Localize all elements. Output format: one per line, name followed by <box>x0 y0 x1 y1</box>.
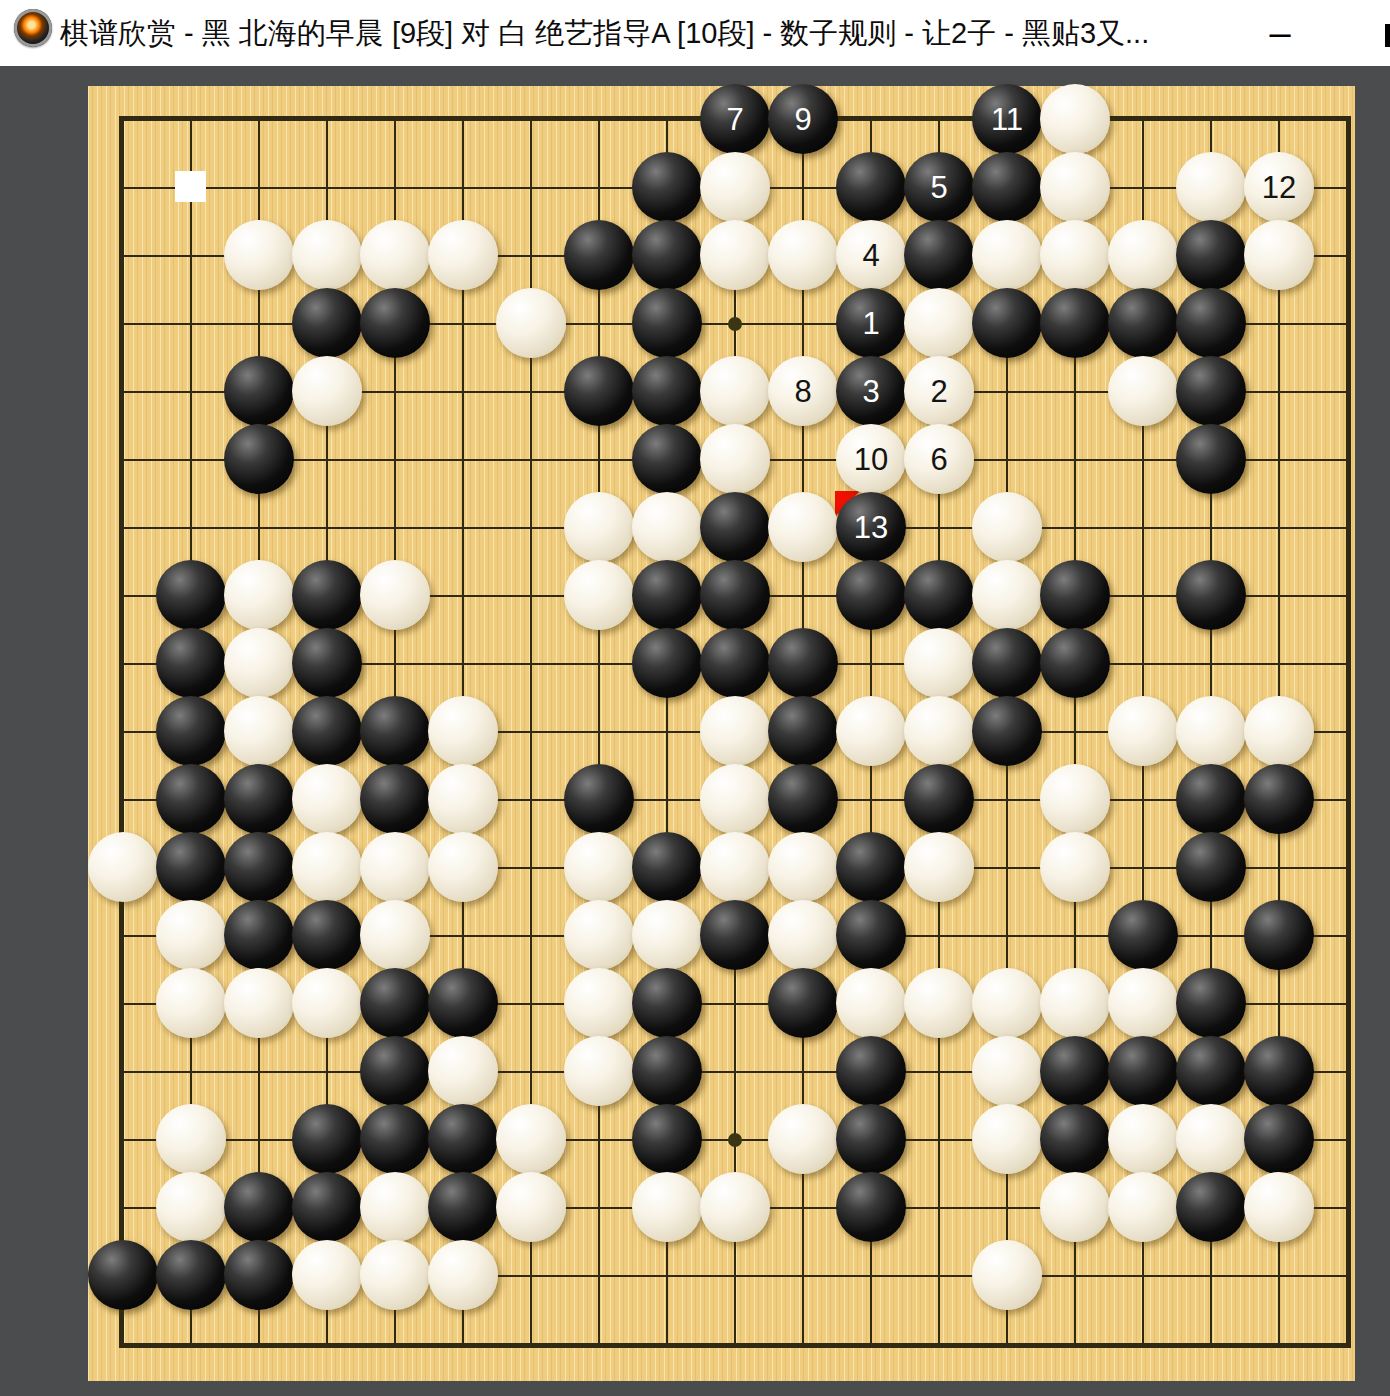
stone-white[interactable] <box>700 424 770 494</box>
board-cell[interactable] <box>429 1038 497 1106</box>
board-cell[interactable] <box>1245 1242 1313 1310</box>
board-cell[interactable] <box>361 1310 429 1378</box>
board-cell[interactable] <box>361 902 429 970</box>
stone-white[interactable] <box>292 356 362 426</box>
board-cell[interactable] <box>361 1174 429 1242</box>
stone-black[interactable] <box>292 1104 362 1174</box>
board-cell[interactable] <box>565 1242 633 1310</box>
stone-white[interactable] <box>564 560 634 630</box>
stone-black[interactable] <box>1176 356 1246 426</box>
stone-white[interactable] <box>1040 84 1110 154</box>
board-cell[interactable] <box>973 290 1041 358</box>
board-cell[interactable]: 13 <box>837 494 905 562</box>
board-cell[interactable] <box>1245 494 1313 562</box>
stone-black[interactable] <box>1176 424 1246 494</box>
stone-black[interactable]: 3 <box>836 356 906 426</box>
board-cell[interactable] <box>905 970 973 1038</box>
stone-white[interactable] <box>360 1172 430 1242</box>
stone-black[interactable] <box>224 1172 294 1242</box>
stone-white[interactable] <box>972 220 1042 290</box>
board-cell[interactable] <box>293 902 361 970</box>
board-cell[interactable] <box>973 1106 1041 1174</box>
board-cell[interactable] <box>293 86 361 154</box>
board-cell[interactable] <box>701 834 769 902</box>
board-cell[interactable] <box>701 494 769 562</box>
board-cell[interactable] <box>633 562 701 630</box>
board-cell[interactable] <box>1313 562 1381 630</box>
board-cell[interactable] <box>633 766 701 834</box>
board-cell[interactable] <box>701 358 769 426</box>
stone-white[interactable] <box>496 1104 566 1174</box>
board-cell[interactable] <box>89 290 157 358</box>
board-cell[interactable] <box>157 1038 225 1106</box>
board-cell[interactable] <box>837 698 905 766</box>
stone-black[interactable] <box>700 628 770 698</box>
stone-black[interactable] <box>1176 764 1246 834</box>
board-cell[interactable] <box>225 698 293 766</box>
stone-white[interactable]: 8 <box>768 356 838 426</box>
board-cell[interactable] <box>837 766 905 834</box>
stone-black[interactable] <box>1108 900 1178 970</box>
stone-white[interactable] <box>632 900 702 970</box>
stone-white[interactable] <box>360 900 430 970</box>
board-cell[interactable] <box>1313 902 1381 970</box>
board-cell[interactable] <box>497 358 565 426</box>
stone-black[interactable] <box>632 220 702 290</box>
stone-black[interactable] <box>1176 832 1246 902</box>
board-cell[interactable] <box>565 494 633 562</box>
stone-white[interactable] <box>700 696 770 766</box>
stone-black[interactable] <box>156 560 226 630</box>
board-cell[interactable] <box>157 698 225 766</box>
board-cell[interactable] <box>497 902 565 970</box>
board-cell[interactable] <box>429 970 497 1038</box>
board-cell[interactable] <box>973 630 1041 698</box>
stone-white[interactable] <box>360 220 430 290</box>
board-cell[interactable] <box>769 902 837 970</box>
board-cell[interactable] <box>1313 630 1381 698</box>
board-cell[interactable] <box>89 426 157 494</box>
board-cell[interactable] <box>769 1038 837 1106</box>
stone-black[interactable] <box>768 968 838 1038</box>
stone-black[interactable] <box>700 900 770 970</box>
board-cell[interactable] <box>361 222 429 290</box>
board-cell[interactable] <box>497 834 565 902</box>
board-cell[interactable] <box>1245 630 1313 698</box>
stone-black[interactable] <box>1176 1036 1246 1106</box>
board-cell[interactable] <box>497 154 565 222</box>
board-cell[interactable] <box>701 630 769 698</box>
board-cell[interactable] <box>1109 766 1177 834</box>
stone-black[interactable]: 13 <box>836 492 906 562</box>
board-cell[interactable] <box>1109 358 1177 426</box>
board-cell[interactable] <box>1109 1106 1177 1174</box>
stone-black[interactable] <box>632 628 702 698</box>
stone-white[interactable] <box>1244 1172 1314 1242</box>
stone-black[interactable] <box>224 1240 294 1310</box>
board-cell[interactable] <box>905 290 973 358</box>
stone-black[interactable] <box>88 1240 158 1310</box>
stone-black[interactable] <box>836 1104 906 1174</box>
board-cell[interactable] <box>293 630 361 698</box>
stone-black[interactable] <box>632 560 702 630</box>
board-cell[interactable] <box>1313 698 1381 766</box>
board-cell[interactable] <box>905 1038 973 1106</box>
board-cell[interactable] <box>769 1174 837 1242</box>
board-cell[interactable] <box>429 290 497 358</box>
board-cell[interactable] <box>973 494 1041 562</box>
stone-black[interactable]: 9 <box>768 84 838 154</box>
stone-black[interactable] <box>1176 1172 1246 1242</box>
board-cell[interactable] <box>1109 630 1177 698</box>
board-cell[interactable] <box>1313 1174 1381 1242</box>
board-cell[interactable] <box>89 358 157 426</box>
board-cell[interactable] <box>1245 426 1313 494</box>
stone-black[interactable] <box>904 764 974 834</box>
stone-white[interactable] <box>700 1172 770 1242</box>
board-cell[interactable] <box>429 1174 497 1242</box>
board-cell[interactable] <box>565 834 633 902</box>
board-cell[interactable] <box>157 1242 225 1310</box>
board-cell[interactable] <box>157 630 225 698</box>
stone-black[interactable] <box>224 424 294 494</box>
board-cell[interactable] <box>1313 494 1381 562</box>
board-cell[interactable] <box>905 494 973 562</box>
board-cell[interactable] <box>225 902 293 970</box>
stone-white[interactable] <box>1176 1104 1246 1174</box>
board-cell[interactable] <box>565 222 633 290</box>
board-cell[interactable] <box>1041 222 1109 290</box>
board-cell[interactable] <box>157 222 225 290</box>
stone-white[interactable] <box>428 764 498 834</box>
board-cell[interactable] <box>769 1242 837 1310</box>
stone-white[interactable]: 6 <box>904 424 974 494</box>
board-cell[interactable] <box>1177 1242 1245 1310</box>
stone-black[interactable]: 1 <box>836 288 906 358</box>
stone-black[interactable] <box>428 1104 498 1174</box>
board-cell[interactable] <box>157 1310 225 1378</box>
board-cell[interactable] <box>837 1310 905 1378</box>
board-cell[interactable] <box>633 1174 701 1242</box>
stone-black[interactable] <box>224 356 294 426</box>
board-cell[interactable] <box>157 1106 225 1174</box>
board-cell[interactable] <box>1177 86 1245 154</box>
stone-white[interactable] <box>836 696 906 766</box>
board-cell[interactable] <box>1109 86 1177 154</box>
stone-white[interactable] <box>700 832 770 902</box>
stone-white[interactable] <box>768 900 838 970</box>
board-cell[interactable] <box>973 1038 1041 1106</box>
board-cell[interactable] <box>1109 1174 1177 1242</box>
board-cell[interactable] <box>1313 86 1381 154</box>
board-cell[interactable] <box>89 1242 157 1310</box>
stone-black[interactable] <box>836 900 906 970</box>
board-cell[interactable] <box>1177 698 1245 766</box>
board-cell[interactable] <box>837 902 905 970</box>
stone-black[interactable] <box>700 560 770 630</box>
board-cell[interactable] <box>701 1038 769 1106</box>
stone-black[interactable] <box>632 1104 702 1174</box>
board-cell[interactable] <box>497 970 565 1038</box>
stone-white[interactable] <box>700 152 770 222</box>
board-cell[interactable] <box>905 562 973 630</box>
board-cell[interactable] <box>361 1038 429 1106</box>
board-cell[interactable] <box>1041 1242 1109 1310</box>
board-cell[interactable] <box>157 290 225 358</box>
board-cell[interactable] <box>1177 426 1245 494</box>
board-cell[interactable] <box>633 1038 701 1106</box>
stone-black[interactable] <box>836 152 906 222</box>
board-cell[interactable] <box>361 766 429 834</box>
stone-white[interactable] <box>904 968 974 1038</box>
board-cell[interactable] <box>837 154 905 222</box>
board-cell[interactable] <box>905 630 973 698</box>
stone-black[interactable] <box>1040 1036 1110 1106</box>
board-cell[interactable] <box>225 290 293 358</box>
stone-black[interactable] <box>700 492 770 562</box>
board-cell[interactable] <box>293 834 361 902</box>
stone-black[interactable]: 7 <box>700 84 770 154</box>
stone-white[interactable] <box>972 1104 1042 1174</box>
board-cell[interactable]: 9 <box>769 86 837 154</box>
board-cell[interactable] <box>89 86 157 154</box>
board-cell[interactable] <box>905 222 973 290</box>
stone-black[interactable] <box>1176 220 1246 290</box>
stone-white[interactable] <box>1108 220 1178 290</box>
stone-black[interactable] <box>224 832 294 902</box>
board-cell[interactable] <box>1109 1242 1177 1310</box>
board-cell[interactable] <box>769 630 837 698</box>
stone-white[interactable] <box>156 968 226 1038</box>
stone-white[interactable] <box>1040 220 1110 290</box>
board-cell[interactable] <box>497 1242 565 1310</box>
board-cell[interactable] <box>905 1174 973 1242</box>
stone-black[interactable] <box>1040 560 1110 630</box>
board-cell[interactable] <box>1109 154 1177 222</box>
board-cell[interactable] <box>429 222 497 290</box>
board-cell[interactable]: 11 <box>973 86 1041 154</box>
board-cell[interactable] <box>1177 222 1245 290</box>
stone-black[interactable] <box>360 764 430 834</box>
board-cell[interactable] <box>1177 494 1245 562</box>
board-cell[interactable] <box>89 698 157 766</box>
stone-black[interactable] <box>1244 1036 1314 1106</box>
board-cell[interactable] <box>89 834 157 902</box>
stone-black[interactable] <box>360 288 430 358</box>
board-cell[interactable]: 8 <box>769 358 837 426</box>
board-cell[interactable] <box>633 630 701 698</box>
board-cell[interactable] <box>633 494 701 562</box>
board-cell[interactable] <box>225 86 293 154</box>
stone-black[interactable] <box>632 424 702 494</box>
board-cell[interactable] <box>1109 1310 1177 1378</box>
board-cell[interactable] <box>1245 358 1313 426</box>
board-cell[interactable] <box>361 426 429 494</box>
board-cell[interactable] <box>1245 834 1313 902</box>
board-cell[interactable] <box>497 290 565 358</box>
board-cell[interactable] <box>1041 290 1109 358</box>
board-cell[interactable] <box>361 494 429 562</box>
board-cell[interactable] <box>293 1106 361 1174</box>
board-cell[interactable] <box>293 766 361 834</box>
stone-black[interactable] <box>1108 1036 1178 1106</box>
board-cell[interactable] <box>701 1106 769 1174</box>
board-cell[interactable] <box>701 290 769 358</box>
board-cell[interactable] <box>701 902 769 970</box>
stone-black[interactable] <box>156 764 226 834</box>
board-cell[interactable] <box>1313 1038 1381 1106</box>
stone-white[interactable] <box>1108 356 1178 426</box>
board-cell[interactable] <box>1041 86 1109 154</box>
board-cell[interactable] <box>905 834 973 902</box>
board-cell[interactable] <box>1177 1174 1245 1242</box>
stone-white[interactable] <box>1040 1172 1110 1242</box>
board-cell[interactable] <box>225 834 293 902</box>
board-cell[interactable] <box>497 1038 565 1106</box>
board-cell[interactable] <box>1041 1174 1109 1242</box>
board-cell[interactable] <box>1041 494 1109 562</box>
stone-black[interactable] <box>292 560 362 630</box>
board-cell[interactable] <box>1245 902 1313 970</box>
board-cell[interactable] <box>973 698 1041 766</box>
stone-black[interactable] <box>836 1036 906 1106</box>
board-cell[interactable] <box>89 902 157 970</box>
board-cell[interactable] <box>565 970 633 1038</box>
board-cell[interactable] <box>497 1106 565 1174</box>
board-cell[interactable] <box>837 1174 905 1242</box>
board-cell[interactable] <box>497 1174 565 1242</box>
board-cell[interactable] <box>633 358 701 426</box>
stone-white[interactable] <box>972 968 1042 1038</box>
board-cell[interactable] <box>429 562 497 630</box>
board-cell[interactable] <box>497 562 565 630</box>
stone-black[interactable] <box>564 220 634 290</box>
stone-black[interactable] <box>428 1172 498 1242</box>
board-cell[interactable] <box>1041 562 1109 630</box>
board-cell[interactable] <box>565 290 633 358</box>
board-cell[interactable] <box>1177 630 1245 698</box>
stone-black[interactable] <box>1176 968 1246 1038</box>
stone-black[interactable] <box>1176 288 1246 358</box>
stone-white[interactable] <box>1108 1104 1178 1174</box>
board-cell[interactable]: 7 <box>701 86 769 154</box>
stone-black[interactable] <box>836 832 906 902</box>
board-cell[interactable]: 3 <box>837 358 905 426</box>
board-cell[interactable] <box>157 86 225 154</box>
board-cell[interactable] <box>225 494 293 562</box>
board-cell[interactable] <box>225 1310 293 1378</box>
board-cell[interactable] <box>293 1038 361 1106</box>
stone-black[interactable] <box>972 288 1042 358</box>
stone-white[interactable] <box>360 1240 430 1310</box>
stone-white[interactable] <box>768 492 838 562</box>
stone-white[interactable] <box>1176 152 1246 222</box>
board-cell[interactable] <box>565 902 633 970</box>
board-cell[interactable] <box>565 426 633 494</box>
stone-white[interactable] <box>700 356 770 426</box>
board-cell[interactable] <box>1313 1242 1381 1310</box>
board-cell[interactable] <box>837 970 905 1038</box>
board-cell[interactable] <box>1313 1106 1381 1174</box>
stone-black[interactable] <box>1108 288 1178 358</box>
board-cell[interactable] <box>89 494 157 562</box>
board-cell[interactable] <box>225 1038 293 1106</box>
stone-white[interactable] <box>564 968 634 1038</box>
board-cell[interactable] <box>1109 494 1177 562</box>
board-cell[interactable] <box>429 1310 497 1378</box>
board-cell[interactable] <box>361 698 429 766</box>
board-cell[interactable] <box>701 222 769 290</box>
board-cell[interactable] <box>1313 290 1381 358</box>
stone-black[interactable] <box>768 628 838 698</box>
minimize-button[interactable]: – <box>1250 0 1310 66</box>
board-cell[interactable] <box>769 970 837 1038</box>
board-cell[interactable] <box>565 630 633 698</box>
stone-black[interactable] <box>292 1172 362 1242</box>
board-cell[interactable] <box>837 86 905 154</box>
board-cell[interactable] <box>1177 1310 1245 1378</box>
board-cell[interactable] <box>429 426 497 494</box>
board-cell[interactable] <box>1177 1038 1245 1106</box>
board-cell[interactable] <box>973 358 1041 426</box>
stone-black[interactable] <box>1244 1104 1314 1174</box>
stone-black[interactable] <box>632 832 702 902</box>
board-cell[interactable] <box>701 970 769 1038</box>
board-cell[interactable]: 2 <box>905 358 973 426</box>
board-cell[interactable] <box>429 630 497 698</box>
board-cell[interactable] <box>769 426 837 494</box>
stone-black[interactable] <box>156 1240 226 1310</box>
stone-white[interactable] <box>1108 696 1178 766</box>
board-cell[interactable] <box>157 970 225 1038</box>
board-cell[interactable] <box>701 766 769 834</box>
board-cell[interactable] <box>1245 1174 1313 1242</box>
stone-white[interactable] <box>768 1104 838 1174</box>
board-cell[interactable] <box>497 86 565 154</box>
stone-black[interactable] <box>292 288 362 358</box>
board-cell[interactable] <box>973 222 1041 290</box>
board-cell[interactable] <box>1177 562 1245 630</box>
board-cell[interactable] <box>225 426 293 494</box>
stone-black[interactable] <box>632 968 702 1038</box>
board-cell[interactable] <box>1109 426 1177 494</box>
stone-black[interactable] <box>224 764 294 834</box>
stone-white[interactable] <box>428 832 498 902</box>
board-cell[interactable] <box>701 698 769 766</box>
board-cell[interactable] <box>633 426 701 494</box>
board-cell[interactable] <box>769 562 837 630</box>
board-cell[interactable] <box>429 766 497 834</box>
board-cell[interactable] <box>701 562 769 630</box>
board-cell[interactable] <box>633 222 701 290</box>
stone-white[interactable] <box>1040 968 1110 1038</box>
board-cell[interactable] <box>1109 562 1177 630</box>
board-cell[interactable] <box>1313 358 1381 426</box>
board-cell[interactable] <box>1041 766 1109 834</box>
board-cell[interactable] <box>157 834 225 902</box>
board-cell[interactable] <box>1041 698 1109 766</box>
stone-white[interactable]: 12 <box>1244 152 1314 222</box>
board-cell[interactable] <box>837 562 905 630</box>
board-cell[interactable] <box>837 1038 905 1106</box>
stone-white[interactable] <box>360 560 430 630</box>
stone-white[interactable] <box>292 832 362 902</box>
board-cell[interactable] <box>565 86 633 154</box>
stone-black[interactable] <box>1176 560 1246 630</box>
board-cell[interactable] <box>973 1174 1041 1242</box>
board-cell[interactable] <box>497 1310 565 1378</box>
board-cell[interactable] <box>633 698 701 766</box>
